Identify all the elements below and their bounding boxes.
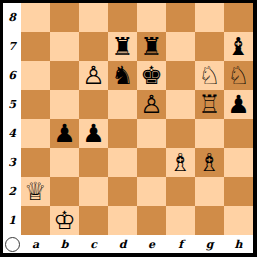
square-g7[interactable] <box>195 32 224 61</box>
piece-black-rook: ♜ <box>140 32 162 61</box>
square-e6[interactable]: ♚ <box>137 61 166 90</box>
square-f6[interactable] <box>166 61 195 90</box>
square-f5[interactable] <box>166 90 195 119</box>
file-label-g: g <box>195 235 224 253</box>
square-d6[interactable]: ♞ <box>108 61 137 90</box>
square-a1[interactable] <box>21 206 50 235</box>
rank-label-5: 5 <box>3 90 21 119</box>
square-d5[interactable] <box>108 90 137 119</box>
square-d1[interactable] <box>108 206 137 235</box>
square-f1[interactable] <box>166 206 195 235</box>
piece-white-pawn: ♙ <box>82 61 104 90</box>
piece-white-bishop: ♗ <box>169 148 191 177</box>
rank-label-2: 2 <box>3 177 21 206</box>
square-b3[interactable] <box>50 148 79 177</box>
piece-black-knight: ♞ <box>111 61 133 90</box>
square-e8[interactable] <box>137 3 166 32</box>
square-c2[interactable] <box>79 177 108 206</box>
piece-white-bishop: ♗ <box>198 148 220 177</box>
chess-diagram: 87♜♜♝6♙♞♚♘♘5♙♖♟4♟♟3♗♗2♕1♔abcdefgh <box>0 0 257 257</box>
rank-label-6: 6 <box>3 61 21 90</box>
piece-white-rook: ♖ <box>198 90 220 119</box>
square-a4[interactable] <box>21 119 50 148</box>
file-label-d: d <box>108 235 137 253</box>
piece-white-pawn: ♙ <box>140 90 162 119</box>
square-b4[interactable]: ♟ <box>50 119 79 148</box>
rank-label-8: 8 <box>3 3 21 32</box>
square-h5[interactable]: ♟ <box>224 90 253 119</box>
square-a5[interactable] <box>21 90 50 119</box>
piece-white-king: ♔ <box>53 206 75 235</box>
square-e3[interactable] <box>137 148 166 177</box>
square-f8[interactable] <box>166 3 195 32</box>
square-e1[interactable] <box>137 206 166 235</box>
rank-label-1: 1 <box>3 206 21 235</box>
chess-board: 87♜♜♝6♙♞♚♘♘5♙♖♟4♟♟3♗♗2♕1♔abcdefgh <box>3 3 253 253</box>
square-b2[interactable] <box>50 177 79 206</box>
rank-label-4: 4 <box>3 119 21 148</box>
square-d2[interactable] <box>108 177 137 206</box>
piece-black-king: ♚ <box>140 61 162 90</box>
file-label-h: h <box>224 235 253 253</box>
file-label-f: f <box>166 235 195 253</box>
file-label-b: b <box>50 235 79 253</box>
square-c3[interactable] <box>79 148 108 177</box>
square-d7[interactable]: ♜ <box>108 32 137 61</box>
square-c8[interactable] <box>79 3 108 32</box>
square-e2[interactable] <box>137 177 166 206</box>
piece-black-rook: ♜ <box>111 32 133 61</box>
square-f7[interactable] <box>166 32 195 61</box>
piece-white-queen: ♕ <box>24 177 46 206</box>
rank-label-7: 7 <box>3 32 21 61</box>
square-a8[interactable] <box>21 3 50 32</box>
piece-black-pawn: ♟ <box>53 119 75 148</box>
square-f3[interactable]: ♗ <box>166 148 195 177</box>
square-b5[interactable] <box>50 90 79 119</box>
square-h7[interactable]: ♝ <box>224 32 253 61</box>
square-d4[interactable] <box>108 119 137 148</box>
square-c7[interactable] <box>79 32 108 61</box>
piece-white-knight: ♘ <box>227 61 249 90</box>
square-g6[interactable]: ♘ <box>195 61 224 90</box>
square-h1[interactable] <box>224 206 253 235</box>
square-e4[interactable] <box>137 119 166 148</box>
square-h6[interactable]: ♘ <box>224 61 253 90</box>
square-b7[interactable] <box>50 32 79 61</box>
file-label-e: e <box>137 235 166 253</box>
file-label-a: a <box>21 235 50 253</box>
square-a3[interactable] <box>21 148 50 177</box>
square-h4[interactable] <box>224 119 253 148</box>
square-g1[interactable] <box>195 206 224 235</box>
square-a2[interactable]: ♕ <box>21 177 50 206</box>
square-c5[interactable] <box>79 90 108 119</box>
square-d3[interactable] <box>108 148 137 177</box>
piece-black-pawn: ♟ <box>82 119 104 148</box>
square-e7[interactable]: ♜ <box>137 32 166 61</box>
square-a7[interactable] <box>21 32 50 61</box>
square-e5[interactable]: ♙ <box>137 90 166 119</box>
piece-white-knight: ♘ <box>198 61 220 90</box>
square-c6[interactable]: ♙ <box>79 61 108 90</box>
square-h3[interactable] <box>224 148 253 177</box>
piece-black-bishop: ♝ <box>227 32 249 61</box>
square-g3[interactable]: ♗ <box>195 148 224 177</box>
square-g4[interactable] <box>195 119 224 148</box>
white-to-move-indicator-icon <box>5 237 20 252</box>
square-d8[interactable] <box>108 3 137 32</box>
rank-label-3: 3 <box>3 148 21 177</box>
file-label-c: c <box>79 235 108 253</box>
square-f2[interactable] <box>166 177 195 206</box>
square-h2[interactable] <box>224 177 253 206</box>
square-b1[interactable]: ♔ <box>50 206 79 235</box>
square-g5[interactable]: ♖ <box>195 90 224 119</box>
turn-indicator-corner <box>3 235 21 253</box>
square-g2[interactable] <box>195 177 224 206</box>
square-b8[interactable] <box>50 3 79 32</box>
square-c4[interactable]: ♟ <box>79 119 108 148</box>
square-c1[interactable] <box>79 206 108 235</box>
square-g8[interactable] <box>195 3 224 32</box>
square-b6[interactable] <box>50 61 79 90</box>
square-f4[interactable] <box>166 119 195 148</box>
square-a6[interactable] <box>21 61 50 90</box>
square-h8[interactable] <box>224 3 253 32</box>
piece-black-pawn: ♟ <box>227 90 249 119</box>
